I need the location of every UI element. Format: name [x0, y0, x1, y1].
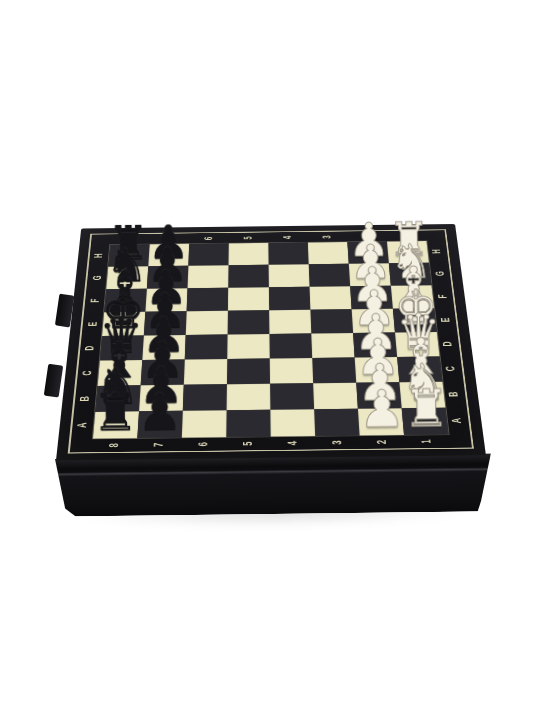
square-b2: ♟ — [356, 382, 401, 409]
square-b4 — [270, 383, 314, 410]
square-e1: ♚ — [393, 308, 437, 332]
coord-cell: A — [445, 407, 470, 434]
square-a4 — [270, 409, 315, 436]
square-g2: ♟ — [349, 263, 391, 286]
square-c5 — [227, 359, 270, 385]
square-g7: ♟ — [147, 266, 189, 289]
coord-label-g: G — [434, 271, 446, 276]
square-e4 — [269, 310, 311, 334]
product-photo: 87654321 87654321 HGFEDCBA HGFEDCBA ♜♟♟♜… — [0, 0, 540, 720]
coord-label-5: 5 — [243, 236, 254, 239]
coord-label-4: 4 — [287, 441, 300, 445]
coord-label-b: B — [80, 396, 93, 401]
coord-label-e: E — [87, 322, 99, 327]
coord-cell: E — [434, 308, 457, 332]
square-d1: ♛ — [395, 332, 440, 357]
square-b1: ♞ — [399, 382, 445, 408]
square-d3 — [311, 333, 354, 358]
coord-label-2: 2 — [361, 235, 372, 238]
square-e6 — [186, 311, 228, 335]
square-h7: ♟ — [148, 244, 189, 266]
square-e7: ♟ — [144, 311, 187, 335]
square-a5 — [226, 410, 270, 437]
coord-cell: G — [86, 267, 108, 290]
square-h1: ♜ — [387, 241, 429, 263]
coord-label-a: A — [77, 423, 90, 429]
coord-cell: H — [426, 241, 448, 263]
chess-set: 87654321 87654321 HGFEDCBA HGFEDCBA ♜♟♟♜… — [0, 0, 540, 720]
coord-label-3: 3 — [331, 440, 344, 444]
coord-label-8: 8 — [125, 238, 136, 241]
coord-label-8: 8 — [108, 443, 121, 447]
square-b3 — [313, 383, 358, 410]
square-a8: ♜ — [93, 411, 139, 438]
coord-label-g: G — [91, 275, 103, 280]
coord-cell: C — [440, 356, 464, 381]
square-g8: ♞ — [106, 266, 148, 289]
coord-label-5: 5 — [242, 441, 254, 445]
coord-cell: B — [74, 386, 98, 412]
square-f3 — [310, 286, 352, 310]
chess-board: ♜♟♟♜♞♟♟♞♝♟♟♝♚♟♟♚♛♟♟♛♝♟♟♝♞♟♟♞♜♟♟♜ — [93, 241, 449, 439]
coord-label-d: D — [442, 342, 454, 347]
square-c6 — [184, 359, 227, 385]
coord-label-6: 6 — [204, 237, 215, 240]
coord-label-1: 1 — [401, 234, 412, 237]
square-a7: ♟ — [137, 411, 182, 438]
square-g3 — [309, 264, 351, 287]
coord-label-h: H — [94, 254, 105, 259]
coord-label-a: A — [451, 418, 464, 424]
square-f5 — [228, 287, 269, 311]
square-e5 — [228, 310, 270, 334]
box-front-face — [55, 453, 492, 516]
square-b8: ♞ — [95, 385, 140, 412]
coord-cell: E — [82, 312, 105, 336]
piece-black-pawn-a7: ♟ — [136, 386, 183, 438]
coord-cell: 6 — [189, 233, 229, 244]
square-a2: ♟ — [358, 408, 404, 435]
square-f6 — [187, 288, 229, 312]
coord-label-4: 4 — [282, 236, 293, 239]
coord-label-7: 7 — [164, 237, 175, 240]
square-h6 — [188, 243, 228, 265]
coord-cell: 8 — [110, 234, 150, 245]
coord-cell: H — [89, 245, 111, 267]
coord-label-3: 3 — [322, 235, 333, 238]
square-d5 — [227, 334, 269, 359]
square-f1: ♝ — [391, 285, 434, 309]
square-g1: ♞ — [389, 263, 432, 286]
square-f8: ♝ — [104, 289, 147, 313]
coord-label-c: C — [445, 366, 457, 371]
coord-cell: 7 — [150, 233, 190, 244]
piece-black-rook-a8: ♜ — [92, 386, 139, 438]
coord-label-2: 2 — [376, 440, 389, 444]
coord-cell: D — [437, 332, 461, 357]
square-a3 — [314, 409, 359, 436]
square-b6 — [183, 384, 227, 411]
coord-label-h: H — [432, 249, 444, 254]
square-a6 — [182, 410, 227, 437]
coord-label-6: 6 — [198, 442, 211, 446]
square-b5 — [227, 384, 271, 411]
coord-label-e: E — [440, 318, 452, 323]
coord-cell: 1 — [386, 231, 426, 242]
coord-cell: 4 — [268, 232, 308, 243]
square-d4 — [269, 334, 312, 359]
square-g4 — [269, 264, 310, 287]
board-top-surface: 87654321 87654321 HGFEDCBA HGFEDCBA ♜♟♟♜… — [56, 224, 486, 461]
coord-label-b: B — [448, 392, 461, 397]
square-d8: ♛ — [100, 336, 144, 361]
square-h3 — [308, 242, 349, 264]
square-f7: ♟ — [145, 288, 187, 312]
coord-label-7: 7 — [153, 442, 166, 446]
coord-cell: G — [429, 263, 451, 286]
square-d7: ♟ — [142, 335, 185, 360]
square-e3 — [310, 309, 353, 333]
coord-cell: 3 — [307, 231, 347, 242]
coord-cell: F — [432, 285, 455, 308]
coord-cell: F — [84, 289, 106, 312]
square-e8: ♚ — [102, 312, 145, 336]
square-a1: ♜ — [402, 408, 449, 435]
square-b7: ♟ — [139, 385, 184, 412]
square-d6 — [185, 335, 228, 360]
coord-label-f: F — [437, 295, 449, 299]
board-scene: 87654321 87654321 HGFEDCBA HGFEDCBA ♜♟♟♜… — [51, 25, 486, 460]
coord-cell: A — [71, 412, 95, 439]
coord-cell: D — [79, 336, 102, 361]
square-h2: ♟ — [347, 241, 388, 263]
coord-label-f: F — [89, 299, 101, 303]
coord-cell: 5 — [229, 232, 269, 243]
coord-label-c: C — [82, 371, 94, 376]
square-h4 — [268, 242, 308, 264]
square-d2: ♟ — [353, 333, 397, 358]
square-g5 — [228, 265, 269, 288]
coord-label-1: 1 — [421, 439, 434, 443]
square-e2: ♟ — [352, 309, 395, 333]
coord-label-d: D — [85, 346, 97, 351]
coord-cell: B — [442, 381, 466, 407]
square-h5 — [228, 243, 268, 265]
square-h8: ♜ — [108, 244, 149, 266]
square-g6 — [188, 265, 229, 288]
coord-cell: 2 — [347, 231, 387, 242]
